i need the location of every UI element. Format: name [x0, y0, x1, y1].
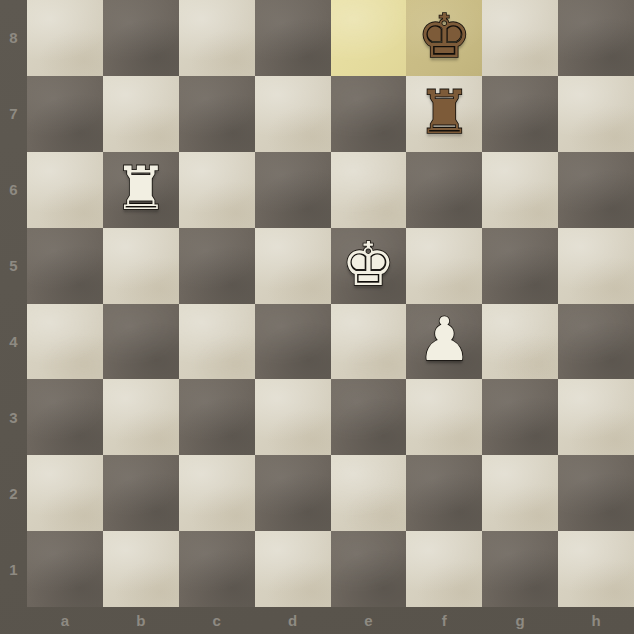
square-d5[interactable] [255, 228, 331, 304]
square-d8[interactable] [255, 0, 331, 76]
square-g3[interactable] [482, 379, 558, 455]
square-e7[interactable] [331, 76, 407, 152]
piece-white-rook[interactable]: ♜ [114, 158, 168, 218]
square-h2[interactable] [558, 455, 634, 531]
square-e5[interactable]: ♚ [331, 228, 407, 304]
square-d4[interactable] [255, 304, 331, 380]
square-c4[interactable] [179, 304, 255, 380]
rank-labels: 87654321 [0, 0, 27, 607]
square-h8[interactable] [558, 0, 634, 76]
square-h4[interactable] [558, 304, 634, 380]
square-c8[interactable] [179, 0, 255, 76]
square-b3[interactable] [103, 379, 179, 455]
square-f4[interactable]: ♟ [406, 304, 482, 380]
square-d2[interactable] [255, 455, 331, 531]
square-b8[interactable] [103, 0, 179, 76]
square-f5[interactable] [406, 228, 482, 304]
square-g4[interactable] [482, 304, 558, 380]
square-f1[interactable] [406, 531, 482, 607]
square-b1[interactable] [103, 531, 179, 607]
square-g8[interactable] [482, 0, 558, 76]
square-c2[interactable] [179, 455, 255, 531]
chess-board: ♚♜♜♚♟ [27, 0, 634, 607]
square-b5[interactable] [103, 228, 179, 304]
square-b6[interactable]: ♜ [103, 152, 179, 228]
square-h6[interactable] [558, 152, 634, 228]
square-f3[interactable] [406, 379, 482, 455]
rank-label-7: 7 [0, 76, 27, 152]
square-h3[interactable] [558, 379, 634, 455]
square-g5[interactable] [482, 228, 558, 304]
square-c5[interactable] [179, 228, 255, 304]
square-h1[interactable] [558, 531, 634, 607]
square-b4[interactable] [103, 304, 179, 380]
piece-white-pawn[interactable]: ♟ [417, 309, 471, 369]
square-a2[interactable] [27, 455, 103, 531]
file-label-g: g [482, 607, 558, 634]
piece-black-king[interactable]: ♚ [417, 6, 471, 66]
square-a4[interactable] [27, 304, 103, 380]
piece-black-rook[interactable]: ♜ [417, 82, 471, 142]
square-a8[interactable] [27, 0, 103, 76]
square-f7[interactable]: ♜ [406, 76, 482, 152]
square-f8[interactable]: ♚ [406, 0, 482, 76]
square-a3[interactable] [27, 379, 103, 455]
square-g2[interactable] [482, 455, 558, 531]
square-f2[interactable] [406, 455, 482, 531]
square-a1[interactable] [27, 531, 103, 607]
square-d6[interactable] [255, 152, 331, 228]
square-e2[interactable] [331, 455, 407, 531]
rank-label-3: 3 [0, 379, 27, 455]
square-h5[interactable] [558, 228, 634, 304]
rank-label-2: 2 [0, 455, 27, 531]
square-e1[interactable] [331, 531, 407, 607]
file-label-b: b [103, 607, 179, 634]
square-c6[interactable] [179, 152, 255, 228]
chess-app-stage: ♚♜♜♚♟ 87654321 abcdefgh [0, 0, 634, 634]
rank-label-6: 6 [0, 152, 27, 228]
square-e3[interactable] [331, 379, 407, 455]
square-e6[interactable] [331, 152, 407, 228]
square-e4[interactable] [331, 304, 407, 380]
rank-label-4: 4 [0, 304, 27, 380]
square-c1[interactable] [179, 531, 255, 607]
square-g1[interactable] [482, 531, 558, 607]
square-e8[interactable] [331, 0, 407, 76]
file-label-h: h [558, 607, 634, 634]
rank-label-5: 5 [0, 228, 27, 304]
square-g6[interactable] [482, 152, 558, 228]
file-label-d: d [255, 607, 331, 634]
square-h7[interactable] [558, 76, 634, 152]
square-b2[interactable] [103, 455, 179, 531]
file-label-f: f [406, 607, 482, 634]
square-a7[interactable] [27, 76, 103, 152]
square-d3[interactable] [255, 379, 331, 455]
file-labels: abcdefgh [27, 607, 634, 634]
square-b7[interactable] [103, 76, 179, 152]
square-a6[interactable] [27, 152, 103, 228]
square-f6[interactable] [406, 152, 482, 228]
rank-label-8: 8 [0, 0, 27, 76]
square-c7[interactable] [179, 76, 255, 152]
file-label-e: e [331, 607, 407, 634]
square-d7[interactable] [255, 76, 331, 152]
square-a5[interactable] [27, 228, 103, 304]
rank-label-1: 1 [0, 531, 27, 607]
square-g7[interactable] [482, 76, 558, 152]
file-label-c: c [179, 607, 255, 634]
square-c3[interactable] [179, 379, 255, 455]
file-label-a: a [27, 607, 103, 634]
square-d1[interactable] [255, 531, 331, 607]
piece-white-king[interactable]: ♚ [342, 234, 396, 294]
